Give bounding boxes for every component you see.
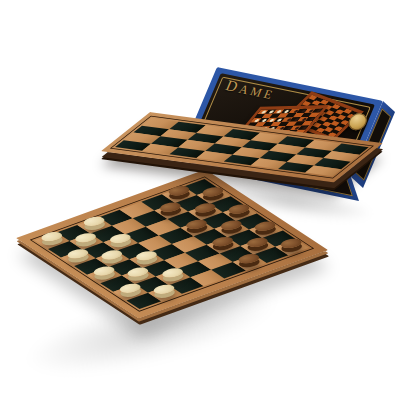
product-photo-stage: DAME <box>0 0 400 400</box>
